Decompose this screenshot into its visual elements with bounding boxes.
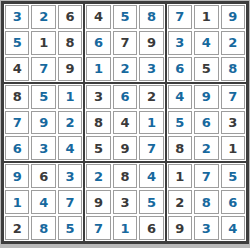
cell-r8c5[interactable]: 3 (113, 190, 137, 214)
cell-r2c2[interactable]: 1 (31, 31, 55, 55)
cell-r9c9[interactable]: 4 (221, 216, 245, 240)
cell-r6c2[interactable]: 3 (31, 136, 55, 160)
cell-r4c2[interactable]: 5 (31, 85, 55, 109)
cell-r5c1[interactable]: 7 (5, 111, 29, 135)
cell-r3c6[interactable]: 3 (139, 57, 163, 81)
cell-r1c7[interactable]: 7 (168, 5, 192, 29)
cell-r3c2[interactable]: 7 (31, 57, 55, 81)
cell-r1c1[interactable]: 3 (5, 5, 29, 29)
sudoku-box-5: 362841597 (84, 83, 165, 163)
cell-r5c2[interactable]: 9 (31, 111, 55, 135)
cell-r1c6[interactable]: 8 (139, 5, 163, 29)
cell-r3c3[interactable]: 9 (58, 57, 82, 81)
cell-r6c3[interactable]: 4 (58, 136, 82, 160)
cell-r4c3[interactable]: 1 (58, 85, 82, 109)
cell-r4c8[interactable]: 9 (194, 85, 218, 109)
cell-r7c7[interactable]: 1 (168, 164, 192, 188)
cell-r3c9[interactable]: 8 (221, 57, 245, 81)
cell-r7c5[interactable]: 8 (113, 164, 137, 188)
cell-r1c8[interactable]: 1 (194, 5, 218, 29)
cell-r6c5[interactable]: 9 (113, 136, 137, 160)
cell-r7c4[interactable]: 2 (86, 164, 110, 188)
cell-r5c7[interactable]: 5 (168, 111, 192, 135)
cell-r5c5[interactable]: 4 (113, 111, 137, 135)
cell-r3c7[interactable]: 6 (168, 57, 192, 81)
sudoku-box-1: 326518479 (3, 3, 84, 83)
sudoku-box-8: 284935716 (84, 162, 165, 242)
cell-r4c9[interactable]: 7 (221, 85, 245, 109)
cell-r8c4[interactable]: 9 (86, 190, 110, 214)
sudoku-board: 3265184794586791237193426588517926343628… (1, 1, 249, 244)
cell-r7c8[interactable]: 7 (194, 164, 218, 188)
cell-r7c9[interactable]: 5 (221, 164, 245, 188)
cell-r4c4[interactable]: 3 (86, 85, 110, 109)
cell-r9c4[interactable]: 7 (86, 216, 110, 240)
cell-r8c2[interactable]: 4 (31, 190, 55, 214)
sudoku-box-7: 963147285 (3, 162, 84, 242)
sudoku-box-2: 458679123 (84, 3, 165, 83)
cell-r6c7[interactable]: 8 (168, 136, 192, 160)
sudoku-box-9: 175286934 (166, 162, 247, 242)
cell-r3c4[interactable]: 1 (86, 57, 110, 81)
cell-r1c9[interactable]: 9 (221, 5, 245, 29)
cell-r1c2[interactable]: 2 (31, 5, 55, 29)
sudoku-box-3: 719342658 (166, 3, 247, 83)
cell-r5c4[interactable]: 8 (86, 111, 110, 135)
cell-r6c6[interactable]: 7 (139, 136, 163, 160)
cell-r1c4[interactable]: 4 (86, 5, 110, 29)
cell-r5c3[interactable]: 2 (58, 111, 82, 135)
cell-r1c5[interactable]: 5 (113, 5, 137, 29)
cell-r2c8[interactable]: 4 (194, 31, 218, 55)
cell-r6c9[interactable]: 1 (221, 136, 245, 160)
cell-r4c6[interactable]: 2 (139, 85, 163, 109)
cell-r2c7[interactable]: 3 (168, 31, 192, 55)
cell-r6c1[interactable]: 6 (5, 136, 29, 160)
cell-r4c1[interactable]: 8 (5, 85, 29, 109)
cell-r2c1[interactable]: 5 (5, 31, 29, 55)
cell-r7c6[interactable]: 4 (139, 164, 163, 188)
cell-r8c7[interactable]: 2 (168, 190, 192, 214)
cell-r9c7[interactable]: 9 (168, 216, 192, 240)
cell-r7c3[interactable]: 3 (58, 164, 82, 188)
cell-r9c6[interactable]: 6 (139, 216, 163, 240)
cell-r6c8[interactable]: 2 (194, 136, 218, 160)
cell-r9c5[interactable]: 1 (113, 216, 137, 240)
cell-r2c6[interactable]: 9 (139, 31, 163, 55)
cell-r2c9[interactable]: 2 (221, 31, 245, 55)
cell-r5c6[interactable]: 1 (139, 111, 163, 135)
cell-r2c4[interactable]: 6 (86, 31, 110, 55)
cell-r9c1[interactable]: 2 (5, 216, 29, 240)
sudoku-box-4: 851792634 (3, 83, 84, 163)
cell-r3c5[interactable]: 2 (113, 57, 137, 81)
cell-r8c9[interactable]: 6 (221, 190, 245, 214)
cell-r9c2[interactable]: 8 (31, 216, 55, 240)
cell-r7c2[interactable]: 6 (31, 164, 55, 188)
cell-r8c6[interactable]: 5 (139, 190, 163, 214)
cell-r2c5[interactable]: 7 (113, 31, 137, 55)
cell-r4c7[interactable]: 4 (168, 85, 192, 109)
cell-r6c4[interactable]: 5 (86, 136, 110, 160)
cell-r5c9[interactable]: 3 (221, 111, 245, 135)
cell-r9c3[interactable]: 5 (58, 216, 82, 240)
cell-r4c5[interactable]: 6 (113, 85, 137, 109)
cell-r2c3[interactable]: 8 (58, 31, 82, 55)
cell-r1c3[interactable]: 6 (58, 5, 82, 29)
sudoku-app: 3265184794586791237193426588517926343628… (0, 0, 250, 248)
cell-r8c8[interactable]: 8 (194, 190, 218, 214)
cell-r7c1[interactable]: 9 (5, 164, 29, 188)
cell-r9c8[interactable]: 3 (194, 216, 218, 240)
cell-r3c8[interactable]: 5 (194, 57, 218, 81)
cell-r5c8[interactable]: 6 (194, 111, 218, 135)
sudoku-box-6: 497563821 (166, 83, 247, 163)
cell-r3c1[interactable]: 4 (5, 57, 29, 81)
cell-r8c1[interactable]: 1 (5, 190, 29, 214)
cell-r8c3[interactable]: 7 (58, 190, 82, 214)
